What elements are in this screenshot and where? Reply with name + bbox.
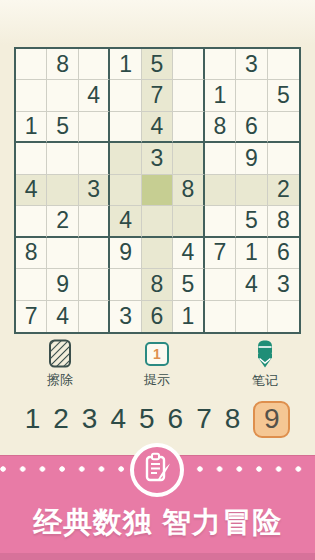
cell-r5c8[interactable] [236, 175, 267, 206]
cell-r8c4[interactable] [110, 269, 141, 300]
cell-r2c3[interactable]: 4 [79, 80, 110, 111]
cell-r3c2[interactable]: 5 [47, 112, 78, 143]
cell-r5c3[interactable]: 3 [79, 175, 110, 206]
cell-r8c7[interactable] [205, 269, 236, 300]
cell-r4c9[interactable] [268, 143, 299, 174]
cell-r3c8[interactable]: 6 [236, 112, 267, 143]
banner-bottom-shade [0, 553, 315, 560]
pen-icon [254, 339, 276, 369]
cell-r1c7[interactable] [205, 49, 236, 80]
cell-r1c8[interactable]: 3 [236, 49, 267, 80]
note-button[interactable]: 笔记 [235, 339, 295, 389]
cell-r1c1[interactable] [16, 49, 47, 80]
promo-banner[interactable]: 经典数独 智力冒险 [0, 455, 315, 560]
cell-r4c3[interactable] [79, 143, 110, 174]
cell-r7c2[interactable] [47, 238, 78, 269]
hint-badge-icon: 1 [145, 339, 169, 368]
cell-r4c1[interactable] [16, 143, 47, 174]
cell-r1c6[interactable] [173, 49, 204, 80]
numpad-3[interactable]: 3 [82, 405, 98, 433]
cell-r9c4[interactable]: 3 [110, 301, 141, 332]
cell-r3c6[interactable] [173, 112, 204, 143]
cell-r6c5[interactable] [142, 206, 173, 237]
numpad-1[interactable]: 1 [25, 405, 41, 433]
cell-r7c3[interactable] [79, 238, 110, 269]
cell-r2c7[interactable]: 1 [205, 80, 236, 111]
numpad-2[interactable]: 2 [53, 405, 69, 433]
cell-r7c9[interactable]: 6 [268, 238, 299, 269]
cell-r2c6[interactable] [173, 80, 204, 111]
hint-badge-count: 1 [153, 346, 161, 362]
cell-r2c9[interactable]: 5 [268, 80, 299, 111]
cell-r3c1[interactable]: 1 [16, 112, 47, 143]
cell-r1c2[interactable]: 8 [47, 49, 78, 80]
banner-title: 经典数独 智力冒险 [0, 503, 315, 543]
cell-r6c7[interactable] [205, 206, 236, 237]
cell-r7c4[interactable]: 9 [110, 238, 141, 269]
cell-r7c5[interactable] [142, 238, 173, 269]
cell-r6c1[interactable] [16, 206, 47, 237]
cell-r8c5[interactable]: 8 [142, 269, 173, 300]
cell-r8c6[interactable]: 5 [173, 269, 204, 300]
cell-r2c4[interactable] [110, 80, 141, 111]
numpad-5[interactable]: 5 [139, 405, 155, 433]
cell-r5c9[interactable]: 2 [268, 175, 299, 206]
cell-r7c7[interactable]: 7 [205, 238, 236, 269]
numpad-6[interactable]: 6 [168, 405, 184, 433]
cell-r7c8[interactable]: 1 [236, 238, 267, 269]
cell-r8c8[interactable]: 4 [236, 269, 267, 300]
cell-r2c5[interactable]: 7 [142, 80, 173, 111]
eraser-icon [48, 339, 72, 368]
banner-badge [130, 443, 184, 497]
cell-r6c8[interactable]: 5 [236, 206, 267, 237]
cell-r7c6[interactable]: 4 [173, 238, 204, 269]
cell-r3c7[interactable]: 8 [205, 112, 236, 143]
hint-label: 提示 [144, 371, 170, 389]
cell-r1c9[interactable] [268, 49, 299, 80]
cell-r9c2[interactable]: 4 [47, 301, 78, 332]
cell-r1c4[interactable]: 1 [110, 49, 141, 80]
erase-button[interactable]: 擦除 [30, 339, 90, 389]
cell-r9c6[interactable]: 1 [173, 301, 204, 332]
cell-r4c2[interactable] [47, 143, 78, 174]
numpad-4[interactable]: 4 [110, 405, 126, 433]
cell-r4c7[interactable] [205, 143, 236, 174]
cell-r5c2[interactable] [47, 175, 78, 206]
cell-r9c9[interactable] [268, 301, 299, 332]
cell-r6c6[interactable] [173, 206, 204, 237]
cell-r5c5[interactable] [142, 175, 173, 206]
cell-r5c7[interactable] [205, 175, 236, 206]
cell-r6c4[interactable]: 4 [110, 206, 141, 237]
cell-r8c3[interactable] [79, 269, 110, 300]
cell-r8c1[interactable] [16, 269, 47, 300]
cell-r2c2[interactable] [47, 80, 78, 111]
cell-r5c1[interactable]: 4 [16, 175, 47, 206]
cell-r8c2[interactable]: 9 [47, 269, 78, 300]
cell-r3c4[interactable] [110, 112, 141, 143]
cell-r4c4[interactable] [110, 143, 141, 174]
cell-r9c7[interactable] [205, 301, 236, 332]
numpad-9[interactable]: 9 [253, 401, 290, 438]
cell-r7c1[interactable]: 8 [16, 238, 47, 269]
cell-r2c8[interactable] [236, 80, 267, 111]
clipboard-pen-icon [140, 451, 174, 489]
cell-r9c1[interactable]: 7 [16, 301, 47, 332]
cell-r3c3[interactable] [79, 112, 110, 143]
cell-r9c8[interactable] [236, 301, 267, 332]
numpad-7[interactable]: 7 [196, 405, 212, 433]
cell-r3c9[interactable] [268, 112, 299, 143]
cell-r6c2[interactable]: 2 [47, 206, 78, 237]
cell-r3c5[interactable]: 4 [142, 112, 173, 143]
cell-r6c3[interactable] [79, 206, 110, 237]
cell-r2c1[interactable] [16, 80, 47, 111]
sudoku-board: 815347151548639438224588947169854374361 [14, 47, 301, 334]
numpad-8[interactable]: 8 [225, 405, 241, 433]
cell-r1c5[interactable]: 5 [142, 49, 173, 80]
cell-r9c3[interactable] [79, 301, 110, 332]
cell-r6c9[interactable]: 8 [268, 206, 299, 237]
cell-r4c5[interactable]: 3 [142, 143, 173, 174]
erase-label: 擦除 [47, 371, 73, 389]
cell-r8c9[interactable]: 3 [268, 269, 299, 300]
cell-r9c5[interactable]: 6 [142, 301, 173, 332]
cell-r5c4[interactable] [110, 175, 141, 206]
note-label: 笔记 [252, 372, 278, 390]
cell-r1c3[interactable] [79, 49, 110, 80]
cell-r4c6[interactable] [173, 143, 204, 174]
cell-r5c6[interactable]: 8 [173, 175, 204, 206]
hint-button[interactable]: 1 提示 [127, 339, 187, 389]
cell-r4c8[interactable]: 9 [236, 143, 267, 174]
numpad: 123456789 [0, 398, 315, 440]
